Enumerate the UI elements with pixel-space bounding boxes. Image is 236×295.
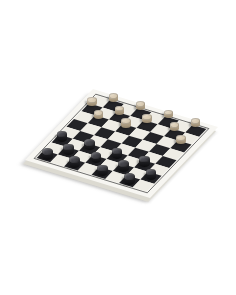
product-photo	[0, 0, 236, 295]
board-grid	[37, 96, 207, 192]
board-frame-line	[34, 94, 210, 193]
checkers-board	[25, 89, 218, 198]
